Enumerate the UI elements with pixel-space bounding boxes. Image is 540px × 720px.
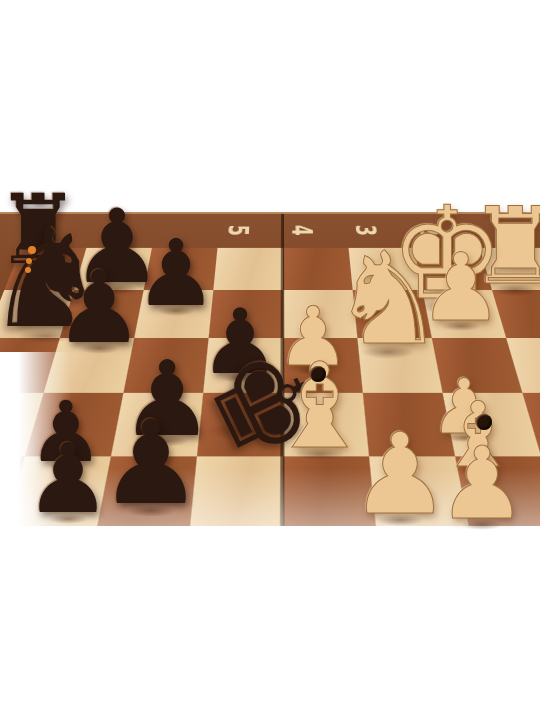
dark-pawn-c6: ♟ <box>99 414 203 513</box>
light-pawn-c3: ♟ <box>350 427 450 522</box>
knight-orange-marking <box>26 258 32 264</box>
knight-orange-marking <box>25 267 31 273</box>
light-pawn-c2: ♟ <box>437 441 527 526</box>
bishop-dark-finial <box>310 366 326 382</box>
knight-orange-marking <box>28 246 36 254</box>
dark-pawn-c7: ♟ <box>25 439 111 521</box>
pieces-layer: ♜♟♜♚♟♟♞♟♞♟♟♚♟♟♝♟♝♟♟♟♟ <box>0 0 540 720</box>
chess-product-photo: 5432 ♜♟♜♚♟♟♞♟♞♟♟♚♟♟♝♟♝♟♟♟♟ <box>0 0 540 720</box>
